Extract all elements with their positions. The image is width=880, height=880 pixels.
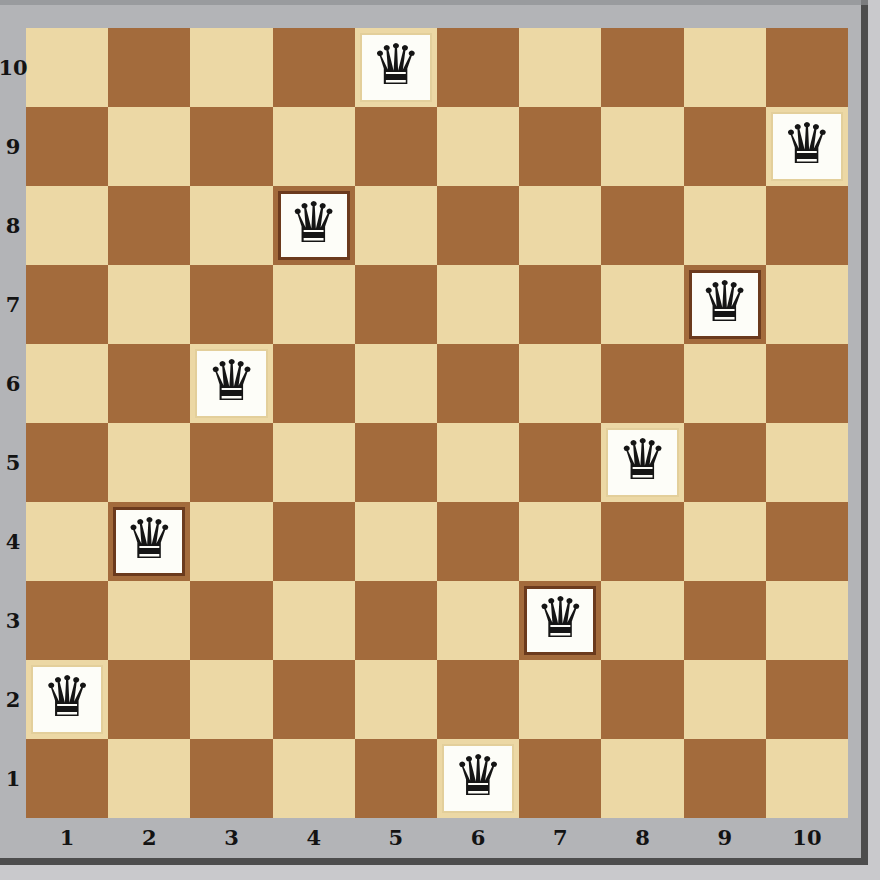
board-cell-r6c8[interactable]	[601, 344, 683, 423]
board-cell-r10c4[interactable]	[273, 28, 355, 107]
board-cell-r8c4[interactable]: ♛	[273, 186, 355, 265]
board-cell-r7c7[interactable]	[519, 265, 601, 344]
board-cell-r5c2[interactable]	[108, 423, 190, 502]
board-cell-r2c8[interactable]	[601, 660, 683, 739]
board-cell-r3c9[interactable]	[684, 581, 766, 660]
board-cell-r1c8[interactable]	[601, 739, 683, 818]
row-label-9: 9	[0, 107, 26, 186]
board-cell-r8c3[interactable]	[190, 186, 272, 265]
black-queen-icon[interactable]: ♛	[124, 511, 174, 567]
queen-highlight-square: ♛	[442, 744, 514, 814]
col-label-6: 6	[437, 818, 519, 857]
board-cell-r3c7[interactable]: ♛	[519, 581, 601, 660]
board-cell-r7c2[interactable]	[108, 265, 190, 344]
board-cell-r1c2[interactable]	[108, 739, 190, 818]
board-cell-r6c7[interactable]	[519, 344, 601, 423]
col-label-9: 9	[684, 818, 766, 857]
board-cell-r7c5[interactable]	[355, 265, 437, 344]
board-cell-r9c2[interactable]	[108, 107, 190, 186]
queen-highlight-square: ♛	[31, 665, 103, 735]
queen-highlight-square: ♛	[524, 586, 596, 656]
board-cell-r10c6[interactable]	[437, 28, 519, 107]
board-cell-r4c9[interactable]	[684, 502, 766, 581]
col-label-4: 4	[273, 818, 355, 857]
board-cell-r1c10[interactable]	[766, 739, 848, 818]
board-cell-r5c4[interactable]	[273, 423, 355, 502]
black-queen-icon[interactable]: ♛	[206, 353, 256, 409]
board-cell-r9c4[interactable]	[273, 107, 355, 186]
board-cell-r5c9[interactable]	[684, 423, 766, 502]
game-board: ♛♛♛♛♛♛♛♛♛♛	[26, 28, 848, 818]
board-cell-r4c6[interactable]	[437, 502, 519, 581]
queen-highlight-square: ♛	[113, 507, 185, 577]
board-cell-r10c1[interactable]	[26, 28, 108, 107]
col-label-5: 5	[355, 818, 437, 857]
board-cell-r6c10[interactable]	[766, 344, 848, 423]
board-cell-r2c5[interactable]	[355, 660, 437, 739]
board-cell-r2c3[interactable]	[190, 660, 272, 739]
board-cell-r6c5[interactable]	[355, 344, 437, 423]
col-label-7: 7	[519, 818, 601, 857]
board-cell-r2c1[interactable]: ♛	[26, 660, 108, 739]
board-cell-r2c10[interactable]	[766, 660, 848, 739]
board-cell-r4c5[interactable]	[355, 502, 437, 581]
black-queen-icon[interactable]: ♛	[289, 195, 339, 251]
queen-highlight-square: ♛	[689, 270, 761, 340]
board-cell-r5c10[interactable]	[766, 423, 848, 502]
board-cell-r8c8[interactable]	[601, 186, 683, 265]
board-cell-r8c7[interactable]	[519, 186, 601, 265]
board-cell-r7c8[interactable]	[601, 265, 683, 344]
board-cell-r8c1[interactable]	[26, 186, 108, 265]
board-cell-r4c7[interactable]	[519, 502, 601, 581]
board-cell-r1c5[interactable]	[355, 739, 437, 818]
board-cell-r3c4[interactable]	[273, 581, 355, 660]
row-label-3: 3	[0, 581, 26, 660]
black-queen-icon[interactable]: ♛	[782, 116, 832, 172]
board-cell-r4c3[interactable]	[190, 502, 272, 581]
board-cell-r7c1[interactable]	[26, 265, 108, 344]
black-queen-icon[interactable]: ♛	[700, 274, 750, 330]
board-cell-r2c9[interactable]	[684, 660, 766, 739]
row-label-5: 5	[0, 423, 26, 502]
queen-highlight-square: ♛	[360, 33, 432, 103]
board-cell-r2c2[interactable]	[108, 660, 190, 739]
board-cell-r4c2[interactable]: ♛	[108, 502, 190, 581]
row-label-10: 10	[0, 28, 26, 107]
board-cell-r5c5[interactable]	[355, 423, 437, 502]
board-cell-r8c10[interactable]	[766, 186, 848, 265]
board-cell-r1c7[interactable]	[519, 739, 601, 818]
board-cell-r6c1[interactable]	[26, 344, 108, 423]
board-cell-r8c9[interactable]	[684, 186, 766, 265]
board-cell-r5c6[interactable]	[437, 423, 519, 502]
board-cell-r1c1[interactable]	[26, 739, 108, 818]
black-queen-icon[interactable]: ♛	[453, 748, 503, 804]
col-label-8: 8	[601, 818, 683, 857]
board-cell-r9c8[interactable]	[601, 107, 683, 186]
frame-top-shade	[0, 0, 868, 5]
board-cell-r5c3[interactable]	[190, 423, 272, 502]
board-cell-r4c8[interactable]	[601, 502, 683, 581]
board-cell-r4c1[interactable]	[26, 502, 108, 581]
board-cell-r10c8[interactable]	[601, 28, 683, 107]
board-cell-r6c9[interactable]	[684, 344, 766, 423]
board-cell-r9c7[interactable]	[519, 107, 601, 186]
board-cell-r2c7[interactable]	[519, 660, 601, 739]
board-cell-r7c4[interactable]	[273, 265, 355, 344]
black-queen-icon[interactable]: ♛	[42, 669, 92, 725]
board-cell-r1c6[interactable]: ♛	[437, 739, 519, 818]
board-cell-r9c9[interactable]	[684, 107, 766, 186]
board-cell-r1c4[interactable]	[273, 739, 355, 818]
board-cell-r6c6[interactable]	[437, 344, 519, 423]
col-label-10: 10	[766, 818, 848, 857]
board-cell-r10c9[interactable]	[684, 28, 766, 107]
board-cell-r9c5[interactable]	[355, 107, 437, 186]
board-cell-r7c3[interactable]	[190, 265, 272, 344]
board-cell-r3c1[interactable]	[26, 581, 108, 660]
board-cell-r7c10[interactable]	[766, 265, 848, 344]
board-cell-r2c4[interactable]	[273, 660, 355, 739]
board-cell-r7c6[interactable]	[437, 265, 519, 344]
board-cell-r4c4[interactable]	[273, 502, 355, 581]
row-label-8: 8	[0, 186, 26, 265]
board-cell-r3c5[interactable]	[355, 581, 437, 660]
board-cell-r5c7[interactable]	[519, 423, 601, 502]
board-cell-r3c3[interactable]	[190, 581, 272, 660]
board-cell-r10c2[interactable]	[108, 28, 190, 107]
board-cell-r1c9[interactable]	[684, 739, 766, 818]
board-cell-r7c9[interactable]: ♛	[684, 265, 766, 344]
queen-highlight-square: ♛	[606, 428, 678, 498]
queen-highlight-square: ♛	[195, 349, 267, 419]
board-cell-r3c2[interactable]	[108, 581, 190, 660]
board-cell-r9c1[interactable]	[26, 107, 108, 186]
board-cell-r3c6[interactable]	[437, 581, 519, 660]
black-queen-icon[interactable]: ♛	[617, 432, 667, 488]
board-cell-r4c10[interactable]	[766, 502, 848, 581]
board-cell-r9c10[interactable]: ♛	[766, 107, 848, 186]
board-cell-r6c4[interactable]	[273, 344, 355, 423]
board-cell-r3c10[interactable]	[766, 581, 848, 660]
row-label-7: 7	[0, 265, 26, 344]
board-cell-r1c3[interactable]	[190, 739, 272, 818]
col-label-3: 3	[190, 818, 272, 857]
queen-highlight-square: ♛	[771, 112, 843, 182]
board-cell-r9c3[interactable]	[190, 107, 272, 186]
board-cell-r8c5[interactable]	[355, 186, 437, 265]
row-label-4: 4	[0, 502, 26, 581]
board-cell-r9c6[interactable]	[437, 107, 519, 186]
black-queen-icon[interactable]: ♛	[371, 37, 421, 93]
board-cell-r5c8[interactable]: ♛	[601, 423, 683, 502]
board-cell-r10c3[interactable]	[190, 28, 272, 107]
row-label-2: 2	[0, 660, 26, 739]
board-cell-r8c6[interactable]	[437, 186, 519, 265]
board-cell-r10c10[interactable]	[766, 28, 848, 107]
board-cell-r10c5[interactable]: ♛	[355, 28, 437, 107]
board-cell-r3c8[interactable]	[601, 581, 683, 660]
board-cell-r5c1[interactable]	[26, 423, 108, 502]
queen-highlight-square: ♛	[278, 191, 350, 261]
board-cell-r6c2[interactable]	[108, 344, 190, 423]
col-label-1: 1	[26, 818, 108, 857]
board-cell-r2c6[interactable]	[437, 660, 519, 739]
row-label-6: 6	[0, 344, 26, 423]
board-frame: ♛♛♛♛♛♛♛♛♛♛ 10987654321 12345678910	[0, 0, 868, 865]
col-label-2: 2	[108, 818, 190, 857]
board-cell-r10c7[interactable]	[519, 28, 601, 107]
row-label-1: 1	[0, 739, 26, 818]
board-cell-r6c3[interactable]: ♛	[190, 344, 272, 423]
black-queen-icon[interactable]: ♛	[535, 590, 585, 646]
board-cell-r8c2[interactable]	[108, 186, 190, 265]
